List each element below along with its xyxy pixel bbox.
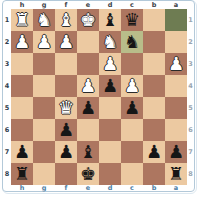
square-c3[interactable] xyxy=(121,53,143,75)
black-pawn-piece: ♟ xyxy=(58,141,74,163)
rank-labels-left: 12345678 xyxy=(3,9,11,185)
rank-label-right-3: 3 xyxy=(187,53,194,75)
rank-label-left-8: 8 xyxy=(3,163,11,185)
file-label-top-a: a xyxy=(165,1,187,9)
square-b4[interactable] xyxy=(143,75,165,97)
square-f8[interactable] xyxy=(55,163,77,185)
file-label-bottom-f: f xyxy=(55,185,77,192)
file-labels-bottom: hgfedcba xyxy=(11,185,187,191)
corner-bottom-right xyxy=(187,185,194,191)
square-h1[interactable]: ♜ xyxy=(11,9,33,31)
square-e3[interactable] xyxy=(77,53,99,75)
black-bishop-piece: ♝ xyxy=(80,141,96,163)
file-label-bottom-a: a xyxy=(165,185,187,192)
white-pawn-piece: ♟ xyxy=(124,75,140,97)
black-knight-piece: ♞ xyxy=(124,31,140,53)
file-label-top-g: g xyxy=(33,1,55,9)
square-b1[interactable] xyxy=(143,9,165,31)
square-d1[interactable]: ♝ xyxy=(99,9,121,31)
square-a6[interactable] xyxy=(165,119,187,141)
rank-labels-right: 12345678 xyxy=(187,9,194,185)
black-pawn-piece: ♟ xyxy=(58,119,74,141)
square-f4[interactable] xyxy=(55,75,77,97)
square-b8[interactable] xyxy=(143,163,165,185)
white-pawn-piece: ♟ xyxy=(36,31,52,53)
square-a4[interactable] xyxy=(165,75,187,97)
corner-bottom-left xyxy=(3,185,11,191)
square-h6[interactable] xyxy=(11,119,33,141)
square-b3[interactable] xyxy=(143,53,165,75)
square-g7[interactable] xyxy=(33,141,55,163)
white-pawn-piece: ♟ xyxy=(58,31,74,53)
rank-label-left-6: 6 xyxy=(3,119,11,141)
white-pawn-piece: ♟ xyxy=(14,31,30,53)
black-pawn-piece: ♟ xyxy=(124,97,140,119)
rank-label-left-3: 3 xyxy=(3,53,11,75)
square-h8[interactable]: ♜ xyxy=(11,163,33,185)
file-label-bottom-g: g xyxy=(33,185,55,192)
file-label-bottom-h: h xyxy=(11,185,33,192)
square-f2[interactable]: ♟ xyxy=(55,31,77,53)
square-h5[interactable] xyxy=(11,97,33,119)
square-d3[interactable]: ♟ xyxy=(99,53,121,75)
square-f5[interactable]: ♛ xyxy=(55,97,77,119)
rank-label-right-1: 1 xyxy=(187,9,194,31)
square-f1[interactable]: ♝ xyxy=(55,9,77,31)
corner-top-left xyxy=(3,1,11,9)
black-king-piece: ♚ xyxy=(80,163,96,185)
file-label-bottom-e: e xyxy=(77,185,99,192)
square-e7[interactable]: ♝ xyxy=(77,141,99,163)
file-labels-top: hgfedcba xyxy=(11,1,187,9)
square-g5[interactable] xyxy=(33,97,55,119)
black-rook-piece: ♜ xyxy=(14,163,30,185)
square-e6[interactable] xyxy=(77,119,99,141)
rank-label-right-8: 8 xyxy=(187,163,194,185)
black-bishop-piece: ♝ xyxy=(102,9,118,31)
square-d8[interactable] xyxy=(99,163,121,185)
square-h4[interactable] xyxy=(11,75,33,97)
square-h3[interactable] xyxy=(11,53,33,75)
rank-label-left-4: 4 xyxy=(3,75,11,97)
square-c2[interactable]: ♞ xyxy=(121,31,143,53)
square-h2[interactable]: ♟ xyxy=(11,31,33,53)
chess-board: ♜♞♝♚♝♛♟♟♟♞♞♟♟♟♟♟♛♟♟♟♟♟♝♟♟♜♚♜ xyxy=(11,9,187,185)
rank-label-left-7: 7 xyxy=(3,141,11,163)
square-h7[interactable]: ♟ xyxy=(11,141,33,163)
square-f3[interactable] xyxy=(55,53,77,75)
rank-label-right-4: 4 xyxy=(187,75,194,97)
square-a2[interactable] xyxy=(165,31,187,53)
white-knight-piece: ♞ xyxy=(102,31,118,53)
white-rook-piece: ♜ xyxy=(14,9,30,31)
square-e1[interactable]: ♚ xyxy=(77,9,99,31)
square-c8[interactable] xyxy=(121,163,143,185)
black-pawn-piece: ♟ xyxy=(14,141,30,163)
white-pawn-piece: ♟ xyxy=(102,53,118,75)
square-d2[interactable]: ♞ xyxy=(99,31,121,53)
square-b2[interactable] xyxy=(143,31,165,53)
square-e5[interactable]: ♟ xyxy=(77,97,99,119)
square-a8[interactable]: ♜ xyxy=(165,163,187,185)
white-bishop-piece: ♝ xyxy=(58,9,74,31)
white-pawn-piece: ♟ xyxy=(168,53,184,75)
square-b6[interactable] xyxy=(143,119,165,141)
file-label-top-b: b xyxy=(143,1,165,9)
black-pawn-piece: ♟ xyxy=(168,141,184,163)
rank-label-right-5: 5 xyxy=(187,97,194,119)
file-label-top-c: c xyxy=(121,1,143,9)
square-c5[interactable]: ♟ xyxy=(121,97,143,119)
square-c7[interactable] xyxy=(121,141,143,163)
square-g2[interactable]: ♟ xyxy=(33,31,55,53)
file-label-bottom-b: b xyxy=(143,185,165,192)
rank-label-left-2: 2 xyxy=(3,31,11,53)
square-e8[interactable]: ♚ xyxy=(77,163,99,185)
black-queen-piece: ♛ xyxy=(124,9,140,31)
chess-diagram: hgfedcba 12345678 ♜♞♝♚♝♛♟♟♟♞♞♟♟♟♟♟♛♟♟♟♟♟… xyxy=(3,1,194,191)
square-g6[interactable] xyxy=(33,119,55,141)
square-a5[interactable] xyxy=(165,97,187,119)
square-b7[interactable]: ♟ xyxy=(143,141,165,163)
rank-label-left-5: 5 xyxy=(3,97,11,119)
square-d7[interactable] xyxy=(99,141,121,163)
square-g8[interactable] xyxy=(33,163,55,185)
file-label-top-h: h xyxy=(11,1,33,9)
corner-top-right xyxy=(187,1,194,9)
square-e2[interactable] xyxy=(77,31,99,53)
chess-diagram-widget: hgfedcba 12345678 ♜♞♝♚♝♛♟♟♟♞♞♟♟♟♟♟♛♟♟♟♟♟… xyxy=(2,0,195,192)
square-a3[interactable]: ♟ xyxy=(165,53,187,75)
rank-label-right-7: 7 xyxy=(187,141,194,163)
rank-label-left-1: 1 xyxy=(3,9,11,31)
rank-label-right-6: 6 xyxy=(187,119,194,141)
black-pawn-piece: ♟ xyxy=(80,97,96,119)
square-c1[interactable]: ♛ xyxy=(121,9,143,31)
white-knight-piece: ♞ xyxy=(36,9,52,31)
square-b5[interactable] xyxy=(143,97,165,119)
square-g3[interactable] xyxy=(33,53,55,75)
square-f6[interactable]: ♟ xyxy=(55,119,77,141)
square-e4[interactable]: ♟ xyxy=(77,75,99,97)
square-a1[interactable] xyxy=(165,9,187,31)
square-g1[interactable]: ♞ xyxy=(33,9,55,31)
black-pawn-piece: ♟ xyxy=(146,141,162,163)
square-d5[interactable] xyxy=(99,97,121,119)
square-d4[interactable]: ♟ xyxy=(99,75,121,97)
black-rook-piece: ♜ xyxy=(168,163,184,185)
square-f7[interactable]: ♟ xyxy=(55,141,77,163)
file-label-top-f: f xyxy=(55,1,77,9)
square-g4[interactable] xyxy=(33,75,55,97)
square-a7[interactable]: ♟ xyxy=(165,141,187,163)
black-pawn-piece: ♟ xyxy=(102,75,118,97)
square-c6[interactable] xyxy=(121,119,143,141)
file-label-top-e: e xyxy=(77,1,99,9)
square-c4[interactable]: ♟ xyxy=(121,75,143,97)
square-d6[interactable] xyxy=(99,119,121,141)
file-label-bottom-c: c xyxy=(121,185,143,192)
rank-label-right-2: 2 xyxy=(187,31,194,53)
white-pawn-piece: ♟ xyxy=(80,75,96,97)
file-label-bottom-d: d xyxy=(99,185,121,192)
file-label-top-d: d xyxy=(99,1,121,9)
white-king-piece: ♚ xyxy=(80,9,96,31)
white-queen-piece: ♛ xyxy=(58,97,74,119)
